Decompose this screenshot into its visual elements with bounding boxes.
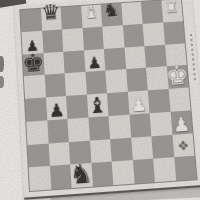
chess-board: ♛♝♞♜♟♚♟♚♟♝♟♟❖♞: [20, 0, 196, 191]
square-g4[interactable]: [148, 89, 170, 113]
board-frame: ♛♝♞♜♟♚♟♚♟♝♟♟❖♞: [14, 0, 200, 200]
square-h7[interactable]: [163, 21, 185, 44]
square-g2[interactable]: [151, 134, 173, 159]
square-g6[interactable]: [144, 44, 166, 68]
square-d7[interactable]: [82, 26, 104, 49]
board-brand-text-illegible: [190, 34, 196, 81]
square-e8[interactable]: ♞: [101, 3, 123, 26]
square-f8[interactable]: [121, 2, 143, 25]
square-a2[interactable]: [27, 143, 49, 168]
white-pawn[interactable]: ♟: [130, 95, 147, 114]
photo-edge-smudge: [0, 56, 4, 72]
square-d8[interactable]: ♝: [81, 5, 103, 28]
square-d6[interactable]: ♟: [84, 48, 106, 72]
square-g7[interactable]: [143, 22, 165, 45]
white-rook[interactable]: ♜: [164, 0, 179, 15]
square-b7[interactable]: [42, 29, 64, 52]
square-f1[interactable]: [132, 159, 155, 184]
square-b8[interactable]: ♛: [40, 7, 61, 30]
square-c6[interactable]: [63, 50, 85, 74]
square-b3[interactable]: [47, 119, 69, 143]
square-b5[interactable]: [44, 74, 66, 98]
square-e3[interactable]: [108, 114, 130, 138]
square-b6[interactable]: [43, 51, 65, 75]
square-c4[interactable]: [66, 95, 88, 119]
square-c7[interactable]: [62, 28, 84, 51]
board-wrap: ♛♝♞♜♟♚♟♚♟♝♟♟❖♞: [14, 0, 200, 200]
square-h4[interactable]: [168, 88, 190, 112]
black-bishop[interactable]: ♝: [87, 94, 108, 117]
square-h5[interactable]: ♚: [166, 65, 188, 89]
square-f3[interactable]: [129, 113, 151, 137]
square-b2[interactable]: [48, 142, 70, 167]
black-king[interactable]: ♚: [22, 50, 46, 76]
square-d1[interactable]: [91, 162, 113, 187]
square-d2[interactable]: [89, 139, 111, 164]
white-bishop[interactable]: ♝: [83, 3, 100, 21]
square-f5[interactable]: [126, 68, 148, 92]
square-c1[interactable]: ♞: [70, 163, 92, 188]
square-a1[interactable]: [29, 166, 51, 191]
square-e4[interactable]: [107, 92, 129, 116]
square-e7[interactable]: [102, 25, 124, 48]
white-king[interactable]: ♚: [165, 62, 190, 89]
square-a6[interactable]: ♚: [23, 53, 45, 77]
black-pawn[interactable]: ♟: [48, 101, 65, 120]
square-h1[interactable]: [174, 156, 197, 181]
square-e1[interactable]: [112, 160, 134, 185]
square-d4[interactable]: ♝: [86, 93, 108, 117]
square-a3[interactable]: [26, 120, 48, 144]
square-d3[interactable]: [88, 116, 110, 140]
square-e5[interactable]: [105, 69, 127, 93]
black-pawn[interactable]: ♟: [87, 55, 102, 72]
square-f6[interactable]: [124, 46, 146, 70]
black-queen[interactable]: ♛: [40, 1, 61, 23]
board-emblem: ❖: [177, 138, 190, 152]
photo-edge-smudge: [0, 76, 4, 88]
square-g3[interactable]: [150, 112, 172, 136]
square-f2[interactable]: [131, 136, 153, 161]
square-g1[interactable]: [153, 157, 176, 182]
square-e2[interactable]: [110, 137, 132, 162]
white-pawn[interactable]: ♟: [172, 114, 191, 134]
square-a8[interactable]: [20, 9, 41, 32]
square-c3[interactable]: [67, 117, 89, 141]
square-h3[interactable]: ♟: [170, 110, 192, 134]
black-knight[interactable]: ♞: [102, 0, 120, 19]
square-a5[interactable]: [24, 75, 46, 99]
square-f4[interactable]: ♟: [127, 90, 149, 114]
square-a4[interactable]: [25, 97, 47, 121]
square-h2[interactable]: ❖: [172, 133, 195, 157]
square-c8[interactable]: [61, 6, 83, 29]
square-c5[interactable]: [65, 72, 87, 96]
square-f7[interactable]: [122, 24, 144, 47]
square-d5[interactable]: [85, 71, 107, 95]
square-g8[interactable]: [141, 0, 163, 23]
photo-chessboard-overhead: ♛♝♞♜♟♚♟♚♟♝♟♟❖♞: [0, 0, 200, 200]
square-b4[interactable]: ♟: [46, 96, 68, 120]
square-e6[interactable]: [104, 47, 126, 71]
square-h8[interactable]: ♜: [161, 0, 183, 22]
